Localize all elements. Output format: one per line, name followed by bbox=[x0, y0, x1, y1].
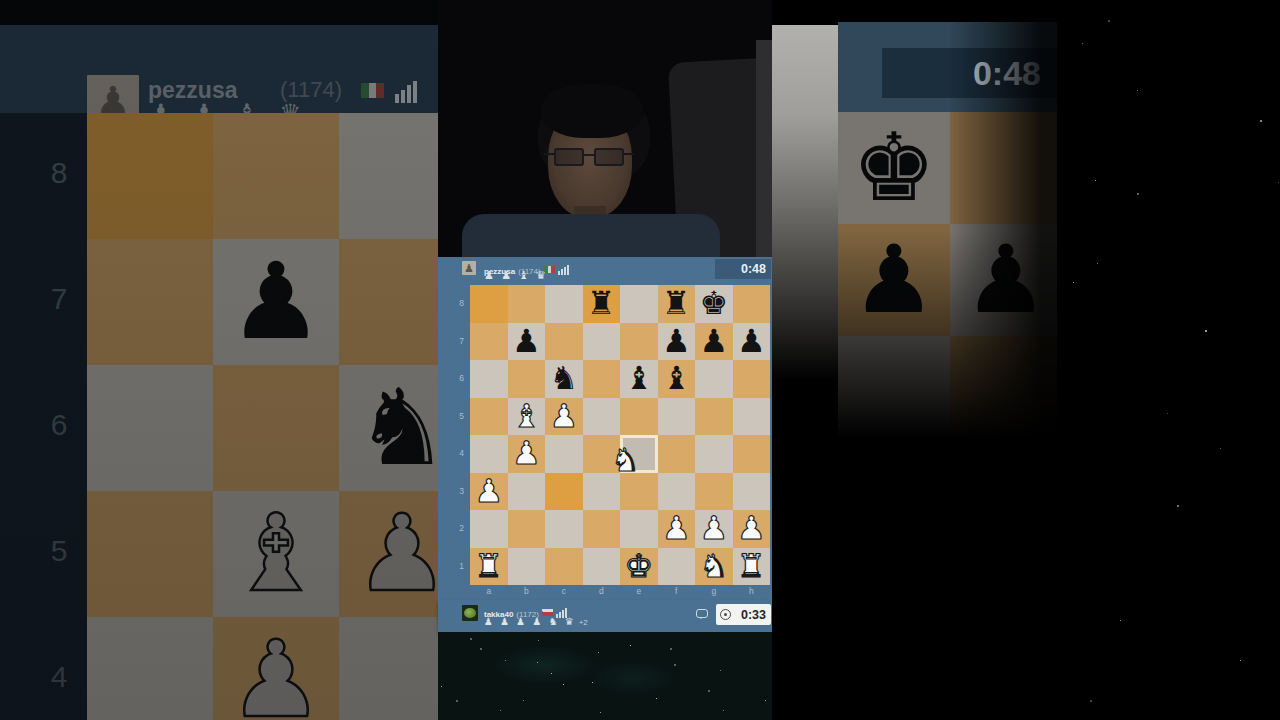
piece-black-k[interactable]: ♚ bbox=[695, 285, 733, 323]
fade-overlay bbox=[948, 0, 1057, 500]
star bbox=[656, 698, 657, 699]
piece-black-p[interactable]: ♟ bbox=[733, 323, 771, 361]
rank-labels: 87654321 bbox=[454, 285, 469, 585]
square-g5[interactable] bbox=[695, 398, 733, 436]
star bbox=[1090, 700, 1092, 702]
square-d8[interactable]: ♜ bbox=[583, 285, 621, 323]
star bbox=[1073, 282, 1074, 283]
square-c2[interactable] bbox=[545, 510, 583, 548]
star bbox=[1260, 120, 1262, 122]
square-g1[interactable]: ♞ bbox=[695, 548, 733, 586]
square-a2[interactable] bbox=[470, 510, 508, 548]
square-h1[interactable]: ♜ bbox=[733, 548, 771, 586]
rank-label-3: 3 bbox=[454, 473, 469, 511]
webcam-video bbox=[438, 0, 772, 257]
pawn-avatar-icon: ♟ bbox=[464, 263, 474, 274]
square-g7[interactable]: ♟ bbox=[695, 323, 733, 361]
star bbox=[480, 648, 482, 650]
square-h5[interactable] bbox=[733, 398, 771, 436]
file-labels: abcdefgh bbox=[470, 585, 770, 599]
piece-black-p[interactable]: ♟ bbox=[658, 323, 696, 361]
star bbox=[538, 640, 539, 641]
star bbox=[723, 710, 724, 711]
square-d2[interactable] bbox=[583, 510, 621, 548]
square-a7[interactable] bbox=[470, 323, 508, 361]
square-a5[interactable] bbox=[470, 398, 508, 436]
frog-avatar-icon bbox=[464, 608, 476, 618]
star bbox=[505, 660, 506, 661]
square-f5[interactable] bbox=[658, 398, 696, 436]
file-label-b: b bbox=[508, 585, 546, 599]
square-c1[interactable] bbox=[545, 548, 583, 586]
star bbox=[470, 638, 472, 640]
stream-frame: ♟ pezzusa (1174) ♟ ♟ ♝ ♛ ♟♞♝♟♟ 87654 0:4… bbox=[0, 0, 1280, 720]
square-c7[interactable] bbox=[545, 323, 583, 361]
square-f7[interactable]: ♟ bbox=[658, 323, 696, 361]
square-c4[interactable] bbox=[545, 435, 583, 473]
nebula-glow bbox=[490, 645, 600, 685]
square-e1[interactable]: ♚ bbox=[620, 548, 658, 586]
star bbox=[670, 648, 672, 650]
piece-black-r[interactable]: ♜ bbox=[658, 285, 696, 323]
star bbox=[523, 700, 524, 701]
square-g3[interactable] bbox=[695, 473, 733, 511]
square-h2[interactable]: ♟ bbox=[733, 510, 771, 548]
player-clock-time: 0:33 bbox=[731, 608, 771, 622]
square-e7[interactable] bbox=[620, 323, 658, 361]
square-b7[interactable]: ♟ bbox=[508, 323, 546, 361]
file-label-a: a bbox=[470, 585, 508, 599]
star bbox=[720, 670, 721, 671]
glasses-arm bbox=[624, 153, 634, 155]
star bbox=[1137, 193, 1139, 195]
streamer-shirt bbox=[462, 214, 720, 257]
square-f8[interactable]: ♜ bbox=[658, 285, 696, 323]
star bbox=[1137, 90, 1138, 91]
square-a8[interactable] bbox=[470, 285, 508, 323]
streamer-hair-fringe bbox=[540, 84, 644, 138]
file-label-e: e bbox=[620, 585, 658, 599]
square-e2[interactable] bbox=[620, 510, 658, 548]
file-label-c: c bbox=[545, 585, 583, 599]
star bbox=[765, 700, 766, 701]
square-f6[interactable]: ♝ bbox=[658, 360, 696, 398]
square-d7[interactable] bbox=[583, 323, 621, 361]
star bbox=[592, 682, 593, 683]
square-b5[interactable]: ♝ bbox=[508, 398, 546, 436]
square-h4[interactable] bbox=[733, 435, 771, 473]
star bbox=[1082, 43, 1083, 44]
star bbox=[551, 673, 552, 674]
square-f4[interactable] bbox=[658, 435, 696, 473]
square-b2[interactable] bbox=[508, 510, 546, 548]
piece-white-b[interactable]: ♝ bbox=[508, 398, 546, 436]
square-c3[interactable] bbox=[545, 473, 583, 511]
glasses-arm bbox=[544, 153, 554, 155]
square-h7[interactable]: ♟ bbox=[733, 323, 771, 361]
starfield-backdrop bbox=[438, 632, 772, 720]
square-c8[interactable] bbox=[545, 285, 583, 323]
star bbox=[1167, 413, 1168, 414]
star bbox=[630, 645, 631, 646]
star bbox=[1095, 180, 1096, 181]
square-g2[interactable]: ♟ bbox=[695, 510, 733, 548]
star bbox=[1108, 20, 1110, 22]
nebula-glow bbox=[588, 660, 678, 696]
square-h8[interactable] bbox=[733, 285, 771, 323]
piece-white-p[interactable]: ♟ bbox=[470, 473, 508, 511]
star bbox=[674, 664, 676, 666]
piece-white-n-dragging[interactable]: ♞ bbox=[607, 442, 645, 480]
star bbox=[1177, 505, 1179, 507]
rank-label-6: 6 bbox=[454, 360, 469, 398]
square-a3[interactable]: ♟ bbox=[470, 473, 508, 511]
star bbox=[537, 662, 538, 663]
square-b1[interactable] bbox=[508, 548, 546, 586]
rank-label-4: 4 bbox=[454, 435, 469, 473]
piece-white-p[interactable]: ♟ bbox=[695, 510, 733, 548]
player-clock: 0:33 bbox=[716, 604, 771, 625]
piece-black-p[interactable]: ♟ bbox=[508, 323, 546, 361]
square-g8[interactable]: ♚ bbox=[695, 285, 733, 323]
piece-black-p[interactable]: ♟ bbox=[695, 323, 733, 361]
square-a4[interactable] bbox=[470, 435, 508, 473]
star bbox=[598, 652, 599, 653]
piece-white-n[interactable]: ♞ bbox=[695, 548, 733, 586]
glasses-bridge bbox=[584, 154, 594, 156]
square-f3[interactable] bbox=[658, 473, 696, 511]
star bbox=[563, 684, 564, 685]
clock-icon bbox=[720, 609, 731, 620]
star bbox=[1205, 330, 1207, 332]
square-f1[interactable] bbox=[658, 548, 696, 586]
square-h3[interactable] bbox=[733, 473, 771, 511]
square-g4[interactable] bbox=[695, 435, 733, 473]
connection-bars-icon bbox=[558, 265, 570, 275]
background-board-left: ♟ pezzusa (1174) ♟ ♟ ♝ ♛ ♟♞♝♟♟ 87654 bbox=[0, 0, 438, 720]
file-label-g: g bbox=[695, 585, 733, 599]
file-label-d: d bbox=[583, 585, 621, 599]
piece-white-r[interactable]: ♜ bbox=[733, 548, 771, 586]
material-advantage: +2 bbox=[579, 618, 588, 627]
star bbox=[456, 700, 458, 702]
file-label-h: h bbox=[733, 585, 771, 599]
square-h6[interactable] bbox=[733, 360, 771, 398]
background-board-right: 0:48 ♚♟♟ bbox=[838, 0, 1057, 720]
star bbox=[1240, 660, 1241, 661]
piece-white-p[interactable]: ♟ bbox=[508, 435, 546, 473]
chess-board[interactable]: ♜♜♚♟♟♟♟♞♝♝♝♟♟♟♟♟♟♜♚♞♜♞ bbox=[470, 285, 770, 585]
star bbox=[1220, 448, 1221, 449]
star bbox=[441, 686, 442, 687]
square-e8[interactable] bbox=[620, 285, 658, 323]
opponent-clock: 0:48 bbox=[715, 259, 771, 279]
chat-bubble-icon[interactable] bbox=[696, 609, 708, 618]
square-g6[interactable] bbox=[695, 360, 733, 398]
chess-app: ♟ pezzusa(1174) ♟ ♟ ♝ ♛ 0:48 87654321 ♜♜… bbox=[438, 257, 772, 632]
piece-black-b[interactable]: ♝ bbox=[658, 360, 696, 398]
star bbox=[1278, 182, 1279, 183]
star bbox=[500, 710, 501, 711]
background-gray-band bbox=[772, 25, 838, 380]
piece-black-r[interactable]: ♜ bbox=[583, 285, 621, 323]
player-line: takka40(1172) bbox=[484, 603, 568, 613]
square-b4[interactable]: ♟ bbox=[508, 435, 546, 473]
square-d6[interactable] bbox=[583, 360, 621, 398]
rank-label-1: 1 bbox=[454, 548, 469, 586]
square-b3[interactable] bbox=[508, 473, 546, 511]
glasses-left-lens bbox=[554, 148, 584, 166]
star bbox=[708, 690, 710, 692]
square-d5[interactable] bbox=[583, 398, 621, 436]
player-bar: takka40(1172) ♟ ♟ ♟ ♟ ♞ ♛+2 0:33 bbox=[438, 600, 772, 632]
glasses-right-lens bbox=[594, 148, 624, 166]
piece-white-k[interactable]: ♚ bbox=[620, 548, 658, 586]
stream-video-column: ♟ pezzusa(1174) ♟ ♟ ♝ ♛ 0:48 87654321 ♜♜… bbox=[438, 0, 772, 720]
piece-white-p[interactable]: ♟ bbox=[658, 510, 696, 548]
rank-label-7: 7 bbox=[454, 323, 469, 361]
star bbox=[1120, 620, 1121, 621]
opponent-bar: ♟ pezzusa(1174) ♟ ♟ ♝ ♛ 0:48 bbox=[438, 257, 772, 285]
rank-label-5: 5 bbox=[454, 398, 469, 436]
rank-label-2: 2 bbox=[454, 510, 469, 548]
avatar: ♟ bbox=[462, 261, 476, 275]
square-f2[interactable]: ♟ bbox=[658, 510, 696, 548]
rank-label-8: 8 bbox=[454, 285, 469, 323]
square-c5[interactable]: ♟ bbox=[545, 398, 583, 436]
square-a1[interactable]: ♜ bbox=[470, 548, 508, 586]
square-a6[interactable] bbox=[470, 360, 508, 398]
square-c6[interactable]: ♞ bbox=[545, 360, 583, 398]
board-zone: 87654321 ♜♜♚♟♟♟♟♞♝♝♝♟♟♟♟♟♟♜♚♞♜♞ abcdefgh bbox=[438, 285, 772, 600]
file-label-f: f bbox=[658, 585, 696, 599]
captured-glyphs: ♟ ♟ ♟ ♟ ♞ ♛ bbox=[484, 616, 576, 627]
square-e6[interactable]: ♝ bbox=[620, 360, 658, 398]
chair-edge bbox=[756, 40, 772, 257]
piece-white-p[interactable]: ♟ bbox=[545, 398, 583, 436]
star bbox=[1097, 263, 1098, 264]
square-d1[interactable] bbox=[583, 548, 621, 586]
square-b8[interactable] bbox=[508, 285, 546, 323]
square-e5[interactable] bbox=[620, 398, 658, 436]
avatar bbox=[462, 605, 478, 621]
captured-pieces: ♟ ♟ ♟ ♟ ♞ ♛+2 bbox=[484, 616, 588, 628]
captured-pieces: ♟ ♟ ♝ ♛ bbox=[484, 270, 548, 281]
piece-white-n[interactable]: ♞ bbox=[607, 442, 645, 480]
square-b6[interactable] bbox=[508, 360, 546, 398]
piece-black-n[interactable]: ♞ bbox=[545, 360, 583, 398]
piece-white-r[interactable]: ♜ bbox=[470, 548, 508, 586]
piece-black-b[interactable]: ♝ bbox=[620, 360, 658, 398]
piece-white-p[interactable]: ♟ bbox=[733, 510, 771, 548]
star bbox=[600, 712, 601, 713]
dim-overlay bbox=[0, 0, 438, 720]
